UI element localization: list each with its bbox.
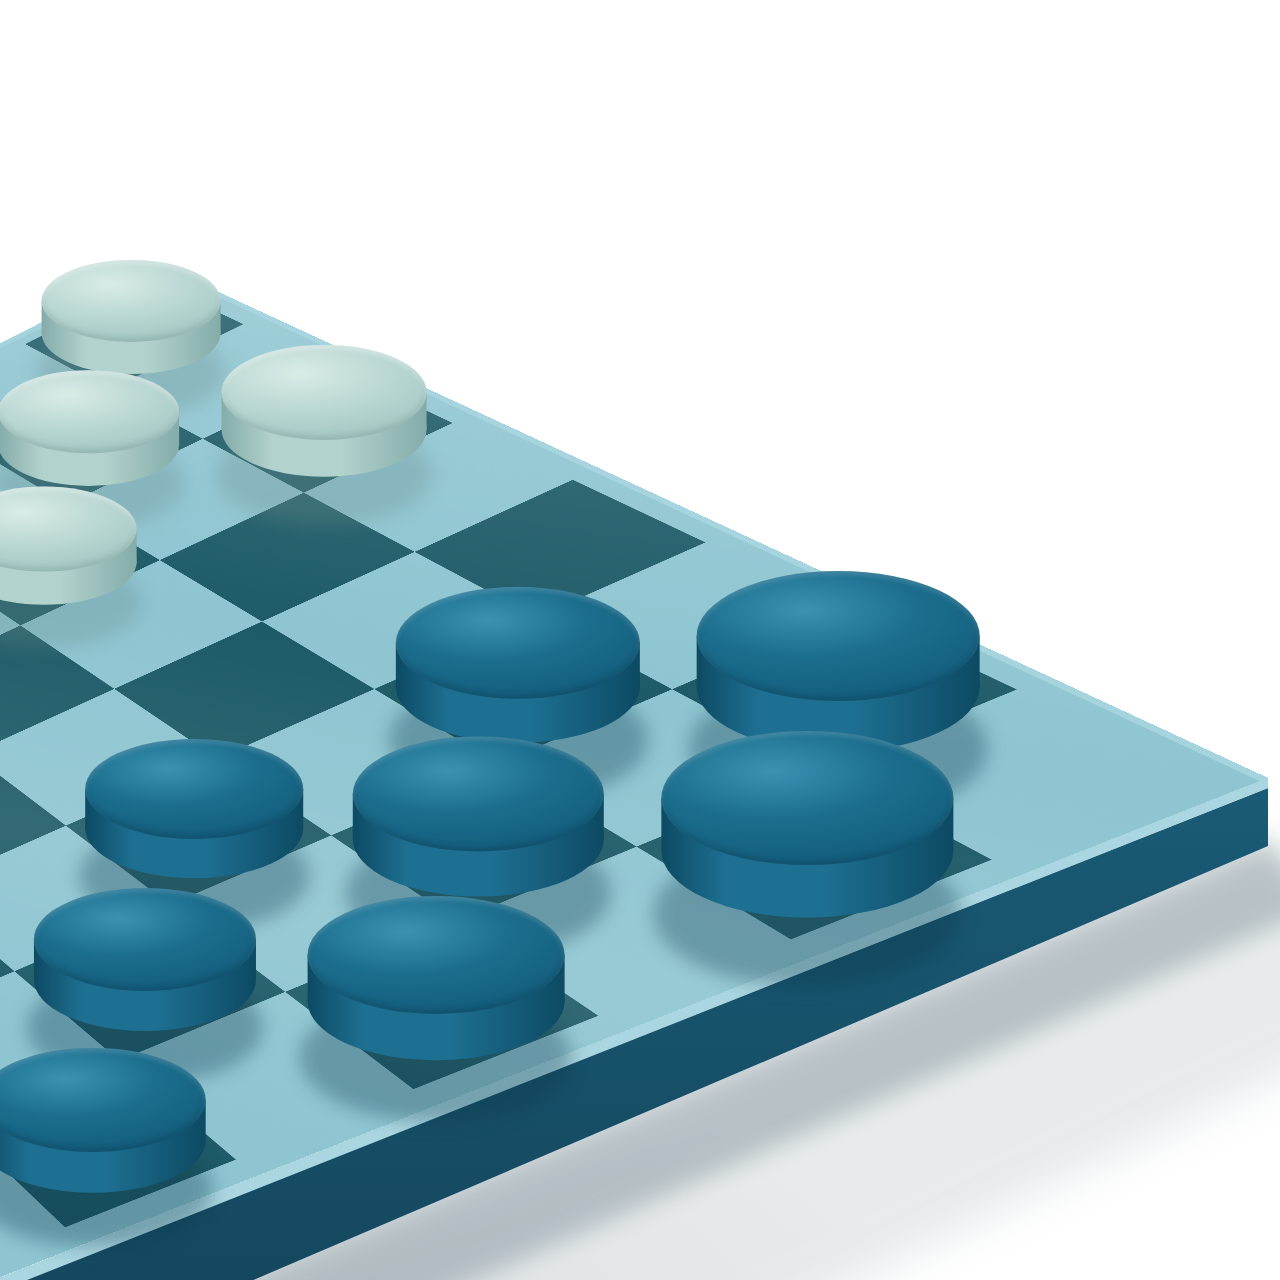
pieces-layer [0, 0, 1280, 1280]
piece-dark-g3[interactable] [353, 736, 603, 851]
piece-top-face [85, 739, 303, 839]
piece-dark-f4[interactable] [85, 739, 303, 839]
piece-dark-f2[interactable] [396, 587, 640, 699]
piece-light-b2[interactable] [0, 370, 180, 454]
piece-dark-h6[interactable] [0, 1048, 206, 1152]
piece-dark-g1[interactable] [697, 571, 980, 701]
piece-top-face [308, 896, 565, 1014]
piece-light-a1[interactable] [42, 259, 221, 341]
product-photo-stage [0, 0, 1280, 1280]
piece-top-face [396, 587, 640, 699]
piece-top-face [0, 370, 180, 454]
piece-top-face [221, 345, 426, 439]
piece-top-face [353, 736, 603, 851]
piece-dark-g5[interactable] [34, 888, 256, 990]
piece-light-c1[interactable] [221, 345, 426, 439]
piece-top-face [34, 888, 256, 990]
piece-top-face [662, 731, 953, 865]
piece-top-face [697, 571, 980, 701]
piece-top-face [42, 259, 221, 341]
piece-light-c3[interactable] [0, 487, 136, 572]
piece-dark-h4[interactable] [308, 896, 565, 1014]
piece-dark-h2[interactable] [662, 731, 953, 865]
